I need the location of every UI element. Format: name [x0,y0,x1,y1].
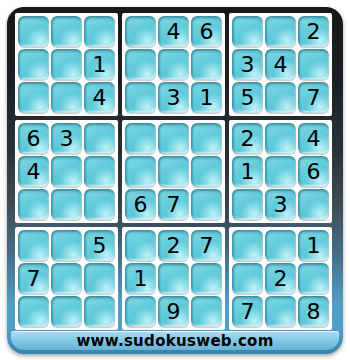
cell-r8c9[interactable] [298,263,329,294]
cell-r3c8[interactable] [265,82,296,113]
cell-r3c6[interactable]: 1 [191,82,222,113]
cell-r9c6[interactable] [191,296,222,327]
cell-r5c2[interactable] [51,156,82,187]
cell-r5c5[interactable] [158,156,189,187]
cell-r2c3[interactable]: 1 [84,49,115,80]
cell-r3c9[interactable]: 7 [298,82,329,113]
cell-r7c9[interactable]: 1 [298,230,329,261]
cell-r9c7[interactable]: 7 [232,296,263,327]
cell-r2c2[interactable] [51,49,82,80]
cell-r1c1[interactable] [18,16,49,47]
cell-r9c5[interactable]: 9 [158,296,189,327]
cell-r5c4[interactable] [125,156,156,187]
cell-r8c5[interactable] [158,263,189,294]
cell-r7c6[interactable]: 7 [191,230,222,261]
cell-r1c8[interactable] [265,16,296,47]
cell-r2c4[interactable] [125,49,156,80]
site-url-label: www.sudokusweb.com [76,332,273,350]
cell-r2c1[interactable] [18,49,49,80]
cell-r1c4[interactable] [125,16,156,47]
box-r1c2: 4631 [122,13,225,116]
cell-r4c8[interactable] [265,123,296,154]
cell-r3c1[interactable] [18,82,49,113]
cell-r2c9[interactable] [298,49,329,80]
cell-r5c8[interactable] [265,156,296,187]
cell-r9c9[interactable]: 8 [298,296,329,327]
cell-r5c6[interactable] [191,156,222,187]
sudoku-board: 1446312345763467241635727191278 [15,13,332,330]
cell-r1c7[interactable] [232,16,263,47]
cell-r6c4[interactable]: 6 [125,189,156,220]
cell-r7c1[interactable] [18,230,49,261]
cell-r7c8[interactable] [265,230,296,261]
cell-r3c3[interactable]: 4 [84,82,115,113]
box-r3c2: 2719 [122,227,225,330]
box-r2c3: 24163 [229,120,332,223]
cell-r2c8[interactable]: 4 [265,49,296,80]
cell-r9c2[interactable] [51,296,82,327]
cell-r9c3[interactable] [84,296,115,327]
cell-r6c8[interactable]: 3 [265,189,296,220]
cell-r3c7[interactable]: 5 [232,82,263,113]
cell-r6c7[interactable] [232,189,263,220]
box-r1c1: 14 [15,13,118,116]
cell-r7c2[interactable] [51,230,82,261]
cell-r9c4[interactable] [125,296,156,327]
cell-r9c1[interactable] [18,296,49,327]
cell-r9c8[interactable] [265,296,296,327]
cell-r7c3[interactable]: 5 [84,230,115,261]
cell-r8c7[interactable] [232,263,263,294]
box-r2c2: 67 [122,120,225,223]
footer-band: www.sudokusweb.com [11,331,339,350]
cell-r3c4[interactable] [125,82,156,113]
cell-r5c3[interactable] [84,156,115,187]
cell-r6c5[interactable]: 7 [158,189,189,220]
cell-r5c7[interactable]: 1 [232,156,263,187]
cell-r3c2[interactable] [51,82,82,113]
cell-r3c5[interactable]: 3 [158,82,189,113]
cell-r4c7[interactable]: 2 [232,123,263,154]
box-r3c1: 57 [15,227,118,330]
cell-r5c9[interactable]: 6 [298,156,329,187]
cell-r2c6[interactable] [191,49,222,80]
cell-r1c5[interactable]: 4 [158,16,189,47]
cell-r7c7[interactable] [232,230,263,261]
cell-r1c2[interactable] [51,16,82,47]
cell-r8c2[interactable] [51,263,82,294]
cell-r6c3[interactable] [84,189,115,220]
cell-r2c7[interactable]: 3 [232,49,263,80]
sudoku-page: 1446312345763467241635727191278 www.sudo… [0,0,350,360]
cell-r1c6[interactable]: 6 [191,16,222,47]
box-r1c3: 23457 [229,13,332,116]
cell-r8c4[interactable]: 1 [125,263,156,294]
sudoku-plaque: 1446312345763467241635727191278 www.sudo… [7,7,343,354]
cell-r4c4[interactable] [125,123,156,154]
cell-r8c3[interactable] [84,263,115,294]
cell-r6c1[interactable] [18,189,49,220]
box-r2c1: 634 [15,120,118,223]
cell-r8c6[interactable] [191,263,222,294]
cell-r6c6[interactable] [191,189,222,220]
cell-r8c1[interactable]: 7 [18,263,49,294]
box-r3c3: 1278 [229,227,332,330]
cell-r4c5[interactable] [158,123,189,154]
cell-r4c3[interactable] [84,123,115,154]
cell-r1c3[interactable] [84,16,115,47]
cell-r4c2[interactable]: 3 [51,123,82,154]
cell-r6c2[interactable] [51,189,82,220]
cell-r5c1[interactable]: 4 [18,156,49,187]
cell-r4c6[interactable] [191,123,222,154]
cell-r8c8[interactable]: 2 [265,263,296,294]
cell-r2c5[interactable] [158,49,189,80]
cell-r7c4[interactable] [125,230,156,261]
cell-r1c9[interactable]: 2 [298,16,329,47]
cell-r6c9[interactable] [298,189,329,220]
cell-r4c1[interactable]: 6 [18,123,49,154]
cell-r7c5[interactable]: 2 [158,230,189,261]
cell-r4c9[interactable]: 4 [298,123,329,154]
